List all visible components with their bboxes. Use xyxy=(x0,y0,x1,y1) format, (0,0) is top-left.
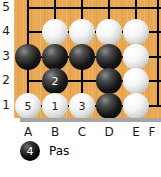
col-label-C: C xyxy=(74,125,90,139)
row-label-3: 3 xyxy=(0,49,12,64)
pass-label: Pas xyxy=(49,144,69,158)
go-board[interactable]: 2513 xyxy=(14,0,161,118)
stone-white-B1[interactable]: 1 xyxy=(42,93,68,119)
grid-line-row-5 xyxy=(27,7,161,9)
stone-white-E3[interactable] xyxy=(123,44,149,70)
stone-white-A1[interactable]: 5 xyxy=(15,93,41,119)
grid-line-col-F xyxy=(157,0,159,107)
pass-stone-black-icon: 4 xyxy=(20,141,40,161)
col-label-E: E xyxy=(128,125,144,139)
go-diagram: 2513 4 Pas 54321ABCDEF xyxy=(0,0,161,177)
stone-black-C3[interactable] xyxy=(69,44,95,70)
stone-white-D4[interactable] xyxy=(96,19,122,45)
move-number-label: 3 xyxy=(79,101,86,112)
stone-black-A3[interactable] xyxy=(15,44,41,70)
row-label-5: 5 xyxy=(0,0,12,15)
board-shadow xyxy=(20,118,161,122)
col-label-D: D xyxy=(101,125,117,139)
stone-white-E1[interactable] xyxy=(123,93,149,119)
stone-white-B4[interactable] xyxy=(42,19,68,45)
stone-black-B3[interactable] xyxy=(42,44,68,70)
stone-black-B2[interactable]: 2 xyxy=(42,68,68,94)
stone-white-E2[interactable] xyxy=(123,68,149,94)
col-label-F: F xyxy=(144,125,160,139)
stone-white-C1[interactable]: 3 xyxy=(69,93,95,119)
col-label-B: B xyxy=(47,125,63,139)
row-label-1: 1 xyxy=(0,98,12,113)
stone-white-E4[interactable] xyxy=(123,19,149,45)
stone-black-D2[interactable] xyxy=(96,68,122,94)
move-number-label: 5 xyxy=(25,101,32,112)
move-caption: 4 Pas xyxy=(20,141,69,161)
move-number-label: 2 xyxy=(52,76,59,87)
row-label-4: 4 xyxy=(0,24,12,39)
col-label-A: A xyxy=(20,125,36,139)
stone-black-D3[interactable] xyxy=(96,44,122,70)
move-number-label: 1 xyxy=(52,101,59,112)
pass-move-number: 4 xyxy=(27,146,34,157)
stone-black-D1[interactable] xyxy=(96,93,122,119)
stone-white-C4[interactable] xyxy=(69,19,95,45)
row-label-2: 2 xyxy=(0,73,12,88)
